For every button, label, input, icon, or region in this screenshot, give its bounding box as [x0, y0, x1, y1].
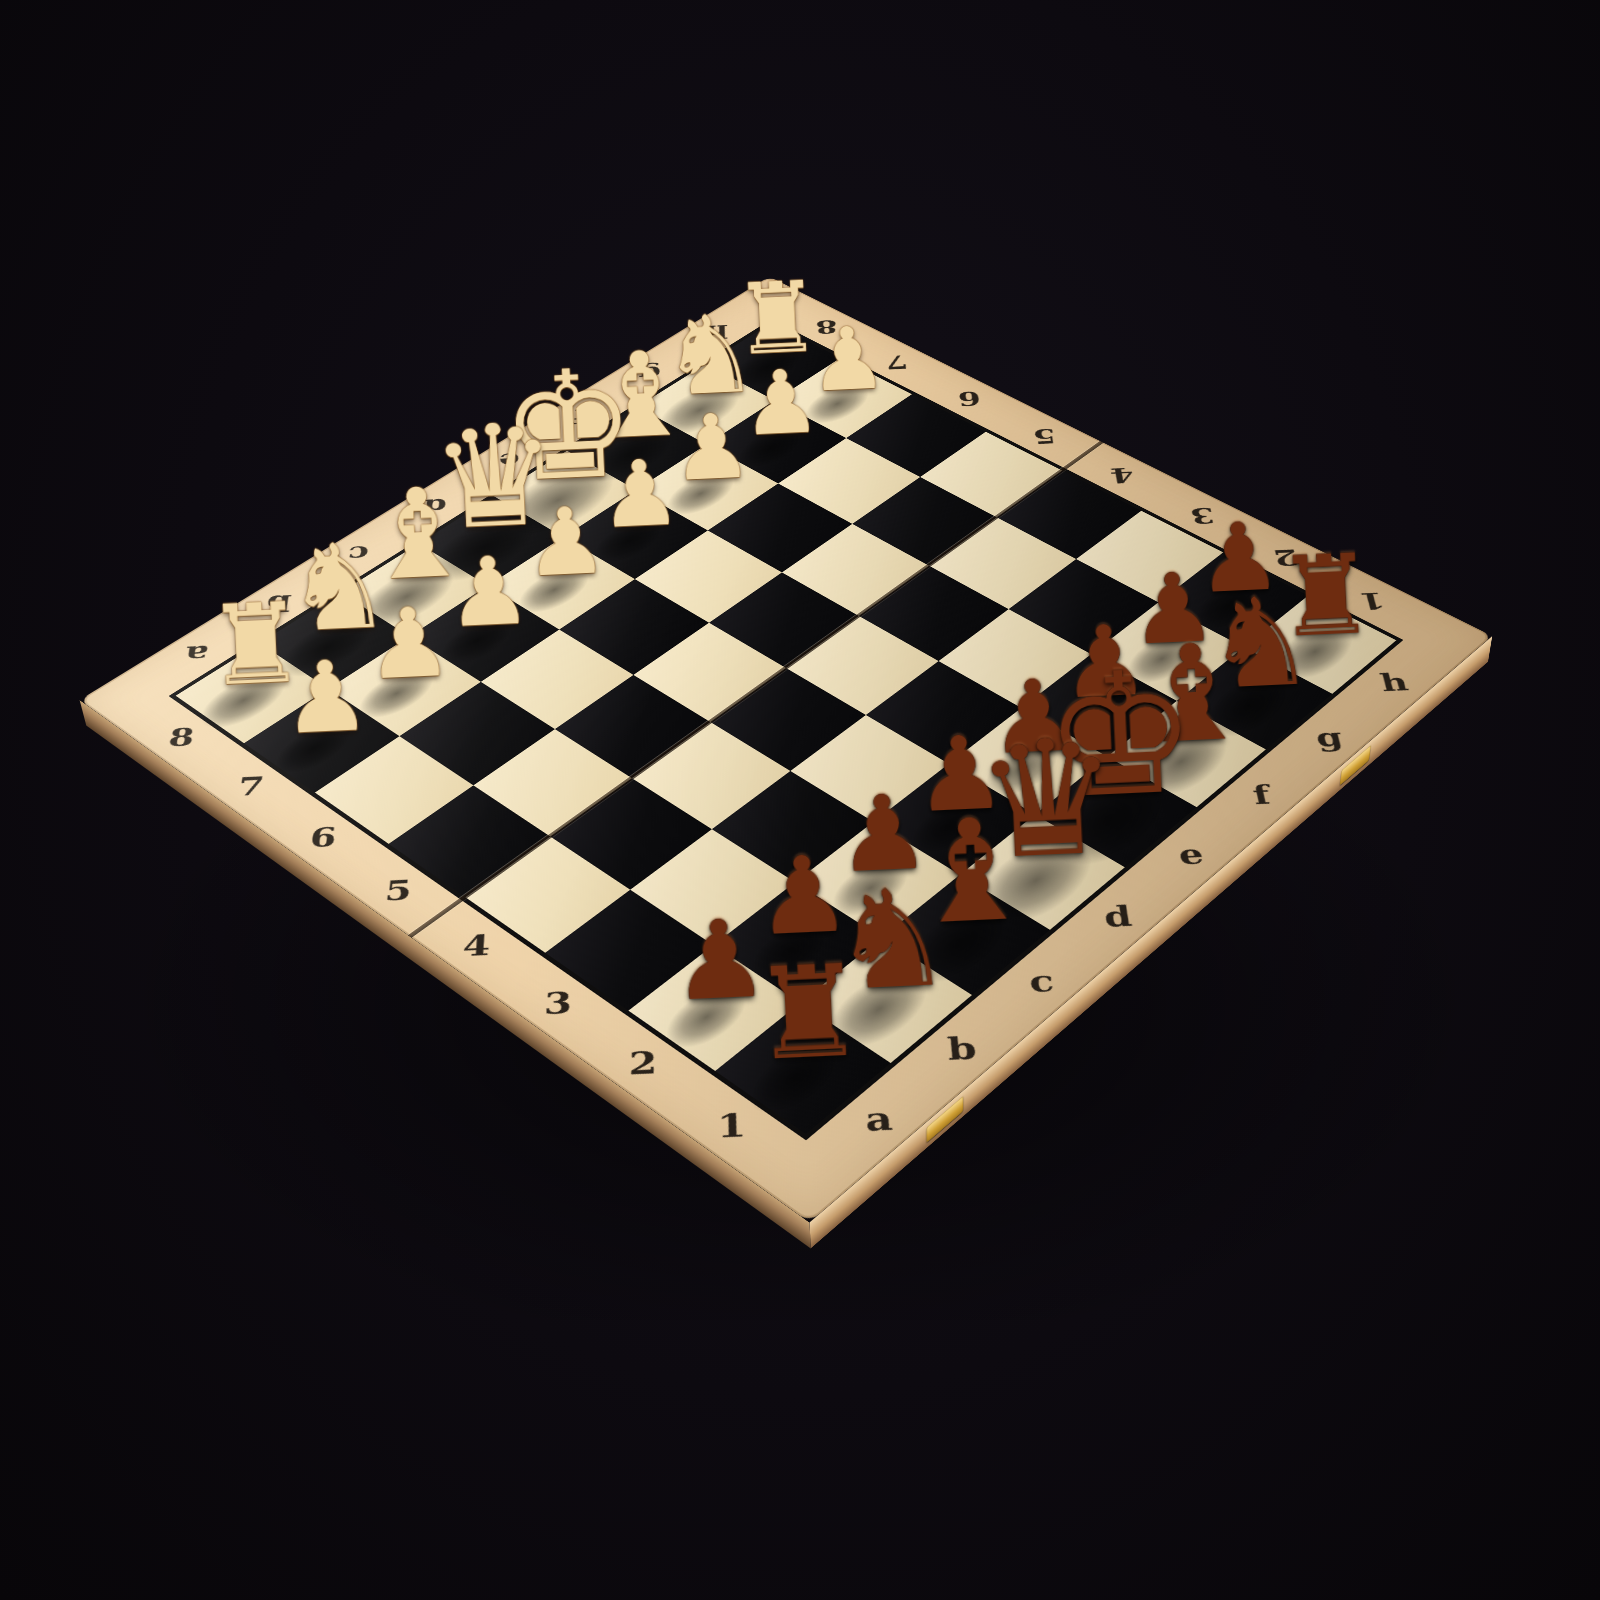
- label-file-top-f: f: [562, 405, 599, 428]
- label-file-top-h: h: [699, 321, 734, 342]
- label-file-top-g: g: [632, 362, 668, 384]
- white-pawn-glyph: ♟: [280, 649, 372, 746]
- label-rank-right-7: 7: [878, 351, 915, 373]
- label-rank-right-8: 8: [809, 316, 845, 337]
- piece-white-pawn-a7: ♟: [238, 557, 409, 748]
- chess-board: 88aa77bb66cc55dd44ee33ff22gg11hh ♜♞♝♛♚♝♞…: [80, 276, 1493, 1222]
- scene: 88aa77bb66cc55dd44ee33ff22gg11hh ♜♞♝♛♚♝♞…: [0, 0, 1600, 1600]
- label-rank-right-5: 5: [1024, 425, 1064, 448]
- piece-black-rook-a1: ♜: [710, 861, 904, 1077]
- label-rank-right-6: 6: [950, 387, 989, 410]
- photo-background: 88aa77bb66cc55dd44ee33ff22gg11hh ♜♞♝♛♚♝♞…: [0, 0, 1600, 1600]
- label-file-top-e: e: [490, 449, 528, 473]
- black-rook-glyph: ♜: [749, 950, 868, 1075]
